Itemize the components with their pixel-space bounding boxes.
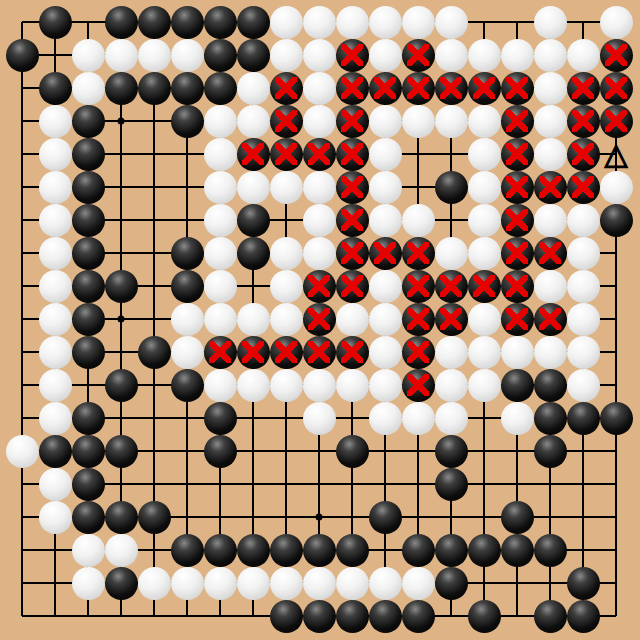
board-point[interactable] — [600, 501, 633, 534]
board-point[interactable] — [237, 39, 270, 72]
board-point[interactable] — [303, 567, 336, 600]
board-point[interactable] — [336, 336, 369, 369]
board-point[interactable] — [105, 369, 138, 402]
board-point[interactable] — [567, 336, 600, 369]
board-point[interactable] — [138, 435, 171, 468]
board-point[interactable] — [435, 369, 468, 402]
board-point[interactable] — [138, 534, 171, 567]
board-point[interactable] — [501, 105, 534, 138]
board-point[interactable] — [600, 270, 633, 303]
board-point[interactable] — [501, 204, 534, 237]
board-point[interactable] — [270, 501, 303, 534]
board-point[interactable] — [336, 39, 369, 72]
board-point[interactable] — [138, 468, 171, 501]
board-point[interactable] — [270, 468, 303, 501]
board-point[interactable] — [171, 534, 204, 567]
board-point[interactable] — [105, 105, 138, 138]
board-point[interactable] — [39, 534, 72, 567]
board-point[interactable] — [39, 402, 72, 435]
board-point[interactable] — [105, 237, 138, 270]
board-point[interactable] — [435, 6, 468, 39]
board-point[interactable] — [336, 6, 369, 39]
board-point[interactable] — [6, 138, 39, 171]
board-point[interactable] — [105, 501, 138, 534]
board-point[interactable] — [72, 6, 105, 39]
board-point[interactable] — [270, 402, 303, 435]
board-point[interactable] — [270, 600, 303, 633]
board-point[interactable] — [6, 105, 39, 138]
board-point[interactable] — [534, 237, 567, 270]
board-point[interactable] — [39, 567, 72, 600]
board-point[interactable] — [534, 600, 567, 633]
board-point[interactable] — [72, 237, 105, 270]
board-point[interactable] — [402, 567, 435, 600]
board-point[interactable] — [435, 402, 468, 435]
board-point[interactable] — [336, 501, 369, 534]
board-point[interactable] — [171, 237, 204, 270]
board-point[interactable] — [501, 39, 534, 72]
board-point[interactable] — [435, 105, 468, 138]
board-point[interactable] — [501, 270, 534, 303]
board-point[interactable] — [39, 6, 72, 39]
board-point[interactable] — [336, 204, 369, 237]
board-point[interactable] — [600, 600, 633, 633]
board-point[interactable] — [600, 171, 633, 204]
board-point[interactable] — [138, 600, 171, 633]
board-point[interactable] — [567, 72, 600, 105]
board-point[interactable] — [303, 6, 336, 39]
board-point[interactable] — [138, 138, 171, 171]
board-point[interactable] — [6, 303, 39, 336]
board-point[interactable] — [171, 336, 204, 369]
board-point[interactable] — [6, 468, 39, 501]
board-point[interactable] — [105, 204, 138, 237]
board-point[interactable] — [435, 270, 468, 303]
board-point[interactable] — [600, 237, 633, 270]
board-point[interactable] — [468, 303, 501, 336]
board-point[interactable] — [468, 402, 501, 435]
board-point[interactable] — [303, 204, 336, 237]
board-point[interactable] — [6, 204, 39, 237]
board-point[interactable] — [468, 468, 501, 501]
board-point[interactable] — [171, 303, 204, 336]
board-point[interactable] — [237, 138, 270, 171]
board-point[interactable] — [204, 237, 237, 270]
board-point[interactable] — [171, 468, 204, 501]
board-point[interactable] — [270, 105, 303, 138]
board-point[interactable] — [204, 435, 237, 468]
board-point[interactable] — [369, 567, 402, 600]
board-point[interactable] — [468, 237, 501, 270]
board-point[interactable] — [138, 204, 171, 237]
board-point[interactable] — [600, 204, 633, 237]
board-point[interactable] — [435, 72, 468, 105]
board-point[interactable] — [204, 600, 237, 633]
board-point[interactable] — [303, 468, 336, 501]
board-point[interactable] — [600, 72, 633, 105]
board-point[interactable] — [72, 336, 105, 369]
board-point[interactable] — [171, 270, 204, 303]
board-point[interactable] — [369, 336, 402, 369]
board-point[interactable] — [501, 534, 534, 567]
board-point[interactable] — [402, 435, 435, 468]
board-point[interactable] — [72, 534, 105, 567]
board-point[interactable] — [468, 204, 501, 237]
board-point[interactable] — [270, 534, 303, 567]
board-point[interactable] — [39, 171, 72, 204]
board-point[interactable] — [567, 204, 600, 237]
board-point[interactable] — [303, 72, 336, 105]
board-point[interactable] — [336, 105, 369, 138]
board-point[interactable] — [105, 336, 138, 369]
board-point[interactable] — [402, 501, 435, 534]
board-point[interactable] — [105, 39, 138, 72]
board-point[interactable] — [303, 105, 336, 138]
board-point[interactable] — [204, 105, 237, 138]
board-point[interactable] — [567, 534, 600, 567]
board-point[interactable] — [336, 369, 369, 402]
board-point[interactable] — [39, 336, 72, 369]
board-point[interactable] — [600, 39, 633, 72]
board-point[interactable] — [468, 600, 501, 633]
board-point[interactable] — [6, 567, 39, 600]
board-point[interactable] — [303, 303, 336, 336]
board-point[interactable] — [6, 39, 39, 72]
board-point[interactable] — [402, 468, 435, 501]
board-point[interactable] — [204, 369, 237, 402]
board-point[interactable] — [435, 336, 468, 369]
board-point[interactable] — [435, 237, 468, 270]
board-point[interactable] — [303, 435, 336, 468]
board-point[interactable] — [501, 303, 534, 336]
board-point[interactable] — [468, 39, 501, 72]
board-point[interactable] — [105, 171, 138, 204]
board-point[interactable] — [237, 402, 270, 435]
board-point[interactable] — [237, 72, 270, 105]
board-point[interactable] — [204, 501, 237, 534]
board-point[interactable] — [237, 336, 270, 369]
board-point[interactable] — [138, 270, 171, 303]
board-point[interactable] — [6, 270, 39, 303]
board-point[interactable] — [72, 303, 105, 336]
board-point[interactable] — [138, 105, 171, 138]
board-point[interactable] — [6, 402, 39, 435]
board-point[interactable] — [534, 369, 567, 402]
board-point[interactable] — [270, 270, 303, 303]
board-point[interactable] — [369, 303, 402, 336]
board-point[interactable] — [303, 39, 336, 72]
board-point[interactable] — [336, 270, 369, 303]
board-point[interactable] — [105, 600, 138, 633]
board-point[interactable] — [468, 369, 501, 402]
board-point[interactable] — [534, 336, 567, 369]
board-point[interactable] — [303, 171, 336, 204]
board-point[interactable] — [39, 204, 72, 237]
board-point[interactable] — [72, 567, 105, 600]
board-point[interactable] — [369, 270, 402, 303]
board-point[interactable] — [204, 204, 237, 237]
board-point[interactable] — [501, 369, 534, 402]
board-point[interactable] — [204, 534, 237, 567]
board-point[interactable] — [6, 435, 39, 468]
board-point[interactable] — [435, 171, 468, 204]
board-point[interactable] — [105, 303, 138, 336]
board-point[interactable] — [6, 369, 39, 402]
board-point[interactable] — [303, 402, 336, 435]
board-point[interactable] — [534, 468, 567, 501]
board-point[interactable] — [336, 600, 369, 633]
board-point[interactable] — [72, 171, 105, 204]
board-point[interactable] — [237, 468, 270, 501]
board-point[interactable] — [369, 237, 402, 270]
board-point[interactable] — [303, 237, 336, 270]
board-point[interactable] — [270, 237, 303, 270]
board-point[interactable] — [105, 468, 138, 501]
board-point[interactable] — [171, 39, 204, 72]
board-point[interactable] — [501, 468, 534, 501]
board-point[interactable] — [6, 336, 39, 369]
board-point[interactable] — [567, 270, 600, 303]
board-point[interactable] — [303, 336, 336, 369]
board-point[interactable] — [270, 369, 303, 402]
board-point[interactable] — [6, 237, 39, 270]
board-point[interactable] — [39, 303, 72, 336]
board-point[interactable] — [72, 402, 105, 435]
board-point[interactable] — [567, 39, 600, 72]
board-point[interactable] — [600, 303, 633, 336]
board-point[interactable] — [336, 237, 369, 270]
board-point[interactable] — [171, 138, 204, 171]
board-point[interactable] — [303, 270, 336, 303]
board-point[interactable] — [567, 105, 600, 138]
board-point[interactable] — [534, 6, 567, 39]
board-point[interactable] — [270, 171, 303, 204]
board-point[interactable] — [567, 138, 600, 171]
board-point[interactable] — [237, 105, 270, 138]
board-point[interactable] — [501, 336, 534, 369]
board-point[interactable] — [369, 534, 402, 567]
board-point[interactable] — [171, 72, 204, 105]
board-point[interactable] — [6, 600, 39, 633]
board-point[interactable] — [369, 402, 402, 435]
board-point[interactable] — [270, 435, 303, 468]
board-point[interactable] — [435, 138, 468, 171]
board-point[interactable] — [534, 270, 567, 303]
board-point[interactable] — [72, 138, 105, 171]
board-point[interactable] — [435, 204, 468, 237]
board-point[interactable] — [501, 567, 534, 600]
board-point[interactable] — [39, 600, 72, 633]
board-point[interactable] — [138, 237, 171, 270]
board-point[interactable] — [39, 237, 72, 270]
board-point[interactable] — [600, 369, 633, 402]
board-point[interactable] — [501, 402, 534, 435]
board-point[interactable] — [336, 534, 369, 567]
board-point[interactable] — [600, 402, 633, 435]
board-point[interactable] — [138, 369, 171, 402]
board-point[interactable] — [468, 72, 501, 105]
board-point[interactable] — [369, 435, 402, 468]
board-point[interactable] — [171, 567, 204, 600]
board-point[interactable] — [270, 39, 303, 72]
board-point[interactable] — [435, 303, 468, 336]
board-point[interactable] — [567, 237, 600, 270]
board-point[interactable] — [237, 237, 270, 270]
board-point[interactable] — [6, 72, 39, 105]
board-point[interactable] — [501, 435, 534, 468]
board-point[interactable]: △ — [600, 138, 633, 171]
board-point[interactable] — [204, 567, 237, 600]
board-point[interactable] — [369, 369, 402, 402]
board-point[interactable] — [600, 567, 633, 600]
board-point[interactable] — [6, 171, 39, 204]
board-point[interactable] — [534, 501, 567, 534]
board-point[interactable] — [237, 369, 270, 402]
board-point[interactable] — [468, 501, 501, 534]
board-point[interactable] — [138, 402, 171, 435]
board-point[interactable] — [171, 402, 204, 435]
board-point[interactable] — [600, 435, 633, 468]
board-point[interactable] — [6, 534, 39, 567]
board-point[interactable] — [39, 270, 72, 303]
board-point[interactable] — [534, 567, 567, 600]
board-point[interactable] — [402, 6, 435, 39]
board-point[interactable] — [237, 534, 270, 567]
board-point[interactable] — [567, 171, 600, 204]
board-point[interactable] — [39, 435, 72, 468]
board-point[interactable] — [72, 204, 105, 237]
board-point[interactable] — [270, 138, 303, 171]
board-point[interactable] — [171, 501, 204, 534]
board-point[interactable] — [105, 138, 138, 171]
board-point[interactable] — [204, 6, 237, 39]
board-point[interactable] — [567, 402, 600, 435]
board-point[interactable] — [501, 138, 534, 171]
board-point[interactable] — [6, 501, 39, 534]
board-point[interactable] — [600, 468, 633, 501]
board-point[interactable] — [402, 600, 435, 633]
board-point[interactable] — [105, 534, 138, 567]
board-point[interactable] — [567, 6, 600, 39]
board-point[interactable] — [237, 303, 270, 336]
board-point[interactable] — [72, 369, 105, 402]
board-point[interactable] — [6, 6, 39, 39]
board-point[interactable] — [369, 6, 402, 39]
board-point[interactable] — [468, 567, 501, 600]
board-point[interactable] — [105, 6, 138, 39]
board-point[interactable] — [501, 6, 534, 39]
board-point[interactable] — [534, 204, 567, 237]
board-point[interactable] — [336, 72, 369, 105]
board-point[interactable] — [402, 204, 435, 237]
board-point[interactable] — [402, 303, 435, 336]
board-point[interactable] — [138, 303, 171, 336]
board-point[interactable] — [336, 435, 369, 468]
board-point[interactable] — [72, 270, 105, 303]
board-point[interactable] — [138, 6, 171, 39]
board-point[interactable] — [369, 105, 402, 138]
board-point[interactable] — [72, 468, 105, 501]
board-point[interactable] — [369, 138, 402, 171]
board-point[interactable] — [138, 171, 171, 204]
board-point[interactable] — [336, 402, 369, 435]
board-point[interactable] — [468, 435, 501, 468]
board-point[interactable] — [534, 105, 567, 138]
board-point[interactable] — [204, 171, 237, 204]
board-point[interactable] — [402, 105, 435, 138]
board-point[interactable] — [237, 171, 270, 204]
board-point[interactable] — [567, 567, 600, 600]
board-point[interactable] — [270, 567, 303, 600]
board-point[interactable] — [468, 336, 501, 369]
board-point[interactable] — [468, 534, 501, 567]
board-point[interactable] — [72, 105, 105, 138]
board-point[interactable] — [171, 6, 204, 39]
board-point[interactable] — [336, 138, 369, 171]
board-point[interactable] — [435, 534, 468, 567]
board-point[interactable] — [72, 39, 105, 72]
board-point[interactable] — [204, 468, 237, 501]
board-point[interactable] — [336, 468, 369, 501]
board-point[interactable] — [402, 72, 435, 105]
board-point[interactable] — [270, 204, 303, 237]
board-point[interactable] — [39, 72, 72, 105]
board-point[interactable] — [369, 171, 402, 204]
board-point[interactable] — [237, 6, 270, 39]
board-point[interactable] — [39, 501, 72, 534]
board-point[interactable] — [468, 270, 501, 303]
board-point[interactable] — [303, 600, 336, 633]
board-point[interactable] — [237, 567, 270, 600]
board-point[interactable] — [534, 435, 567, 468]
board-point[interactable] — [402, 39, 435, 72]
board-point[interactable] — [336, 303, 369, 336]
board-point[interactable] — [468, 6, 501, 39]
board-point[interactable] — [270, 72, 303, 105]
board-point[interactable] — [501, 72, 534, 105]
board-point[interactable] — [138, 72, 171, 105]
board-point[interactable] — [402, 171, 435, 204]
board-point[interactable] — [600, 105, 633, 138]
board-point[interactable] — [600, 336, 633, 369]
board-point[interactable] — [468, 171, 501, 204]
board-point[interactable] — [435, 567, 468, 600]
board-point[interactable] — [204, 402, 237, 435]
board-point[interactable] — [72, 600, 105, 633]
board-point[interactable] — [303, 369, 336, 402]
board-point[interactable] — [369, 72, 402, 105]
board-point[interactable] — [105, 435, 138, 468]
board-point[interactable] — [501, 600, 534, 633]
board-point[interactable] — [171, 435, 204, 468]
board-point[interactable] — [72, 72, 105, 105]
board-point[interactable] — [501, 171, 534, 204]
board-point[interactable] — [534, 303, 567, 336]
board-point[interactable] — [534, 138, 567, 171]
board-point[interactable] — [369, 468, 402, 501]
board-point[interactable] — [204, 303, 237, 336]
board-point[interactable] — [402, 402, 435, 435]
board-point[interactable] — [270, 336, 303, 369]
board-point[interactable] — [138, 567, 171, 600]
board-point[interactable] — [204, 138, 237, 171]
board-point[interactable] — [435, 600, 468, 633]
board-point[interactable] — [39, 39, 72, 72]
board-point[interactable] — [369, 204, 402, 237]
board-point[interactable] — [138, 336, 171, 369]
board-point[interactable] — [468, 105, 501, 138]
board-point[interactable] — [303, 138, 336, 171]
